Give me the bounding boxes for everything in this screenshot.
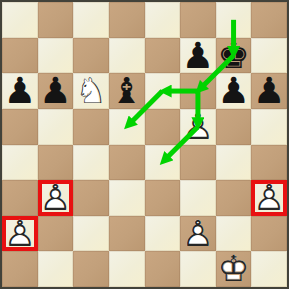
- square-c4[interactable]: [73, 145, 109, 181]
- square-b4[interactable]: [38, 145, 74, 181]
- square-g4[interactable]: [216, 145, 252, 181]
- square-e8[interactable]: [145, 2, 181, 38]
- square-b2[interactable]: [38, 216, 74, 252]
- square-e2[interactable]: [145, 216, 181, 252]
- square-h6[interactable]: ♟: [251, 73, 287, 109]
- square-c2[interactable]: [73, 216, 109, 252]
- square-h5[interactable]: [251, 109, 287, 145]
- square-g7[interactable]: ♚: [216, 38, 252, 74]
- square-a7[interactable]: [2, 38, 38, 74]
- square-h3[interactable]: ♟♙: [251, 180, 287, 216]
- square-a5[interactable]: [2, 109, 38, 145]
- square-b6[interactable]: ♟: [38, 73, 74, 109]
- square-c6[interactable]: ♞♘: [73, 73, 109, 109]
- square-f6[interactable]: [180, 73, 216, 109]
- square-f3[interactable]: [180, 180, 216, 216]
- black-bishop[interactable]: ♝: [109, 73, 145, 109]
- white-king[interactable]: ♚♔: [216, 251, 252, 287]
- square-e1[interactable]: [145, 251, 181, 287]
- square-a2[interactable]: ♟♙: [2, 216, 38, 252]
- square-f4[interactable]: [180, 145, 216, 181]
- square-b3[interactable]: ♟♙: [38, 180, 74, 216]
- square-c8[interactable]: [73, 2, 109, 38]
- black-king[interactable]: ♚: [216, 38, 252, 74]
- white-knight[interactable]: ♞♘: [73, 73, 109, 109]
- square-g5[interactable]: [216, 109, 252, 145]
- black-pawn[interactable]: ♟: [2, 73, 38, 109]
- square-d4[interactable]: [109, 145, 145, 181]
- square-b7[interactable]: [38, 38, 74, 74]
- square-d6[interactable]: ♝: [109, 73, 145, 109]
- white-pawn[interactable]: ♟♙: [180, 109, 216, 145]
- square-h4[interactable]: [251, 145, 287, 181]
- square-d7[interactable]: [109, 38, 145, 74]
- square-d1[interactable]: [109, 251, 145, 287]
- square-b8[interactable]: [38, 2, 74, 38]
- square-a4[interactable]: [2, 145, 38, 181]
- square-d3[interactable]: [109, 180, 145, 216]
- square-d8[interactable]: [109, 2, 145, 38]
- white-pawn[interactable]: ♟♙: [2, 216, 38, 252]
- square-e5[interactable]: [145, 109, 181, 145]
- square-g1[interactable]: ♚♔: [216, 251, 252, 287]
- square-h8[interactable]: [251, 2, 287, 38]
- square-h2[interactable]: [251, 216, 287, 252]
- square-c1[interactable]: [73, 251, 109, 287]
- square-g6[interactable]: ♟: [216, 73, 252, 109]
- square-b1[interactable]: [38, 251, 74, 287]
- square-g8[interactable]: [216, 2, 252, 38]
- chess-board: ♟♚♟♟♞♘♝♟♟♟♙♟♙♟♙♟♙♟♙♚♔: [0, 0, 289, 289]
- square-f2[interactable]: ♟♙: [180, 216, 216, 252]
- square-d2[interactable]: [109, 216, 145, 252]
- square-b5[interactable]: [38, 109, 74, 145]
- square-h1[interactable]: [251, 251, 287, 287]
- black-pawn[interactable]: ♟: [251, 73, 287, 109]
- square-e4[interactable]: [145, 145, 181, 181]
- square-f1[interactable]: [180, 251, 216, 287]
- square-g2[interactable]: [216, 216, 252, 252]
- square-c3[interactable]: [73, 180, 109, 216]
- square-e3[interactable]: [145, 180, 181, 216]
- square-d5[interactable]: [109, 109, 145, 145]
- square-a1[interactable]: [2, 251, 38, 287]
- square-e6[interactable]: [145, 73, 181, 109]
- square-f8[interactable]: [180, 2, 216, 38]
- square-a8[interactable]: [2, 2, 38, 38]
- square-h7[interactable]: [251, 38, 287, 74]
- black-pawn[interactable]: ♟: [180, 38, 216, 74]
- square-e7[interactable]: [145, 38, 181, 74]
- square-g3[interactable]: [216, 180, 252, 216]
- square-a6[interactable]: ♟: [2, 73, 38, 109]
- white-pawn[interactable]: ♟♙: [251, 180, 287, 216]
- square-a3[interactable]: [2, 180, 38, 216]
- square-f7[interactable]: ♟: [180, 38, 216, 74]
- black-pawn[interactable]: ♟: [216, 73, 252, 109]
- white-pawn[interactable]: ♟♙: [38, 180, 74, 216]
- white-pawn[interactable]: ♟♙: [180, 216, 216, 252]
- square-f5[interactable]: ♟♙: [180, 109, 216, 145]
- square-c7[interactable]: [73, 38, 109, 74]
- square-c5[interactable]: [73, 109, 109, 145]
- black-pawn[interactable]: ♟: [38, 73, 74, 109]
